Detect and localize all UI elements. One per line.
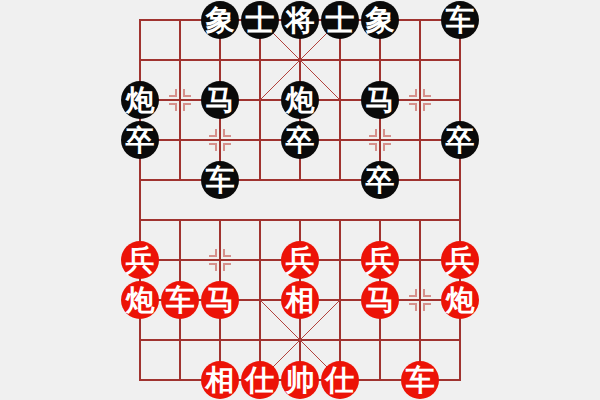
piece-glyph: 相 <box>205 363 235 397</box>
piece-black-rook[interactable]: 车 <box>201 161 239 199</box>
piece-glyph: 炮 <box>445 283 476 317</box>
piece-glyph: 象 <box>365 3 395 37</box>
piece-glyph: 卒 <box>125 123 155 157</box>
piece-black-advisor[interactable]: 士 <box>321 1 359 39</box>
piece-glyph: 车 <box>406 363 435 397</box>
piece-red-elephant[interactable]: 相 <box>201 361 239 399</box>
xiangqi-board[interactable]: 象士将士象车炮马炮马卒卒卒车卒兵兵兵兵炮车马相马炮相仕帅仕车 <box>0 0 600 400</box>
piece-glyph: 马 <box>206 283 235 317</box>
piece-black-horse[interactable]: 马 <box>361 81 399 119</box>
piece-red-rook[interactable]: 车 <box>401 361 439 399</box>
piece-glyph: 车 <box>166 283 195 317</box>
piece-glyph: 马 <box>206 83 235 117</box>
piece-glyph: 士 <box>245 3 275 37</box>
piece-glyph: 车 <box>206 163 235 197</box>
piece-glyph: 马 <box>366 283 395 317</box>
piece-glyph: 车 <box>446 3 475 37</box>
piece-glyph: 兵 <box>365 243 395 277</box>
piece-glyph: 卒 <box>285 123 315 157</box>
piece-black-horse[interactable]: 马 <box>201 81 239 119</box>
piece-glyph: 卒 <box>365 163 395 197</box>
piece-red-advisor[interactable]: 仕 <box>321 361 359 399</box>
piece-red-elephant[interactable]: 相 <box>281 281 319 319</box>
piece-glyph: 将 <box>284 3 315 37</box>
piece-glyph: 仕 <box>244 363 275 397</box>
piece-black-soldier[interactable]: 卒 <box>361 161 399 199</box>
piece-glyph: 象 <box>205 3 235 37</box>
piece-glyph: 兵 <box>285 243 315 277</box>
piece-black-general[interactable]: 将 <box>281 1 319 39</box>
piece-black-elephant[interactable]: 象 <box>361 1 399 39</box>
piece-red-horse[interactable]: 马 <box>361 281 399 319</box>
piece-black-rook[interactable]: 车 <box>441 1 479 39</box>
piece-glyph: 兵 <box>125 243 155 277</box>
xiangqi-app: 象士将士象车炮马炮马卒卒卒车卒兵兵兵兵炮车马相马炮相仕帅仕车 <box>0 0 600 400</box>
piece-black-soldier[interactable]: 卒 <box>121 121 159 159</box>
piece-red-cannon[interactable]: 炮 <box>121 281 159 319</box>
piece-glyph: 马 <box>366 83 395 117</box>
piece-glyph: 仕 <box>324 363 355 397</box>
piece-glyph: 兵 <box>445 243 475 277</box>
piece-black-cannon[interactable]: 炮 <box>281 81 319 119</box>
piece-black-cannon[interactable]: 炮 <box>121 81 159 119</box>
piece-red-soldier[interactable]: 兵 <box>281 241 319 279</box>
board-grid <box>139 20 461 380</box>
piece-red-general[interactable]: 帅 <box>281 361 319 399</box>
piece-black-soldier[interactable]: 卒 <box>281 121 319 159</box>
piece-glyph: 相 <box>285 283 315 317</box>
piece-red-advisor[interactable]: 仕 <box>241 361 279 399</box>
piece-black-advisor[interactable]: 士 <box>241 1 279 39</box>
piece-glyph: 卒 <box>445 123 475 157</box>
piece-glyph: 帅 <box>285 363 315 397</box>
piece-red-rook[interactable]: 车 <box>161 281 199 319</box>
piece-black-elephant[interactable]: 象 <box>201 1 239 39</box>
piece-red-soldier[interactable]: 兵 <box>121 241 159 279</box>
piece-glyph: 士 <box>325 3 355 37</box>
piece-red-cannon[interactable]: 炮 <box>441 281 479 319</box>
piece-red-soldier[interactable]: 兵 <box>441 241 479 279</box>
piece-red-horse[interactable]: 马 <box>201 281 239 319</box>
piece-glyph: 炮 <box>285 83 316 117</box>
piece-black-soldier[interactable]: 卒 <box>441 121 479 159</box>
piece-red-soldier[interactable]: 兵 <box>361 241 399 279</box>
piece-glyph: 炮 <box>125 283 156 317</box>
piece-glyph: 炮 <box>125 83 156 117</box>
